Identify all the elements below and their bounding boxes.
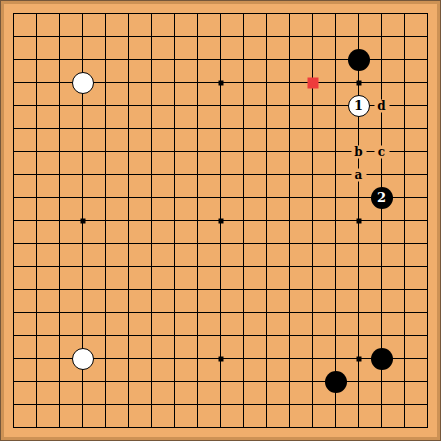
intersection [94,71,117,94]
intersection [255,209,278,232]
intersection [416,209,439,232]
intersection [324,324,347,347]
intersection [71,163,94,186]
intersection [25,393,48,416]
intersection [117,324,140,347]
intersection [232,347,255,370]
intersection [278,370,301,393]
intersection [186,416,209,439]
intersection [324,209,347,232]
intersection [347,2,370,25]
intersection [209,94,232,117]
intersection [140,117,163,140]
intersection [255,347,278,370]
intersection [186,347,209,370]
intersection [117,255,140,278]
intersection [209,232,232,255]
intersection [324,94,347,117]
intersection [232,163,255,186]
intersection [301,416,324,439]
intersection [48,209,71,232]
intersection [163,324,186,347]
intersection [140,370,163,393]
intersection [416,94,439,117]
intersection [370,48,393,71]
intersection [301,140,324,163]
intersection [2,278,25,301]
intersection [370,232,393,255]
intersection [255,324,278,347]
intersection [117,278,140,301]
star-point [356,80,361,85]
intersection [25,255,48,278]
intersection [393,186,416,209]
intersection [209,370,232,393]
intersection [255,278,278,301]
intersection [48,370,71,393]
intersection [186,163,209,186]
intersection [48,117,71,140]
intersection [278,278,301,301]
intersection [94,140,117,163]
star-point [218,356,223,361]
intersection [416,347,439,370]
intersection [25,2,48,25]
intersection [209,255,232,278]
intersection [25,140,48,163]
go-board-grid: abcd12 [2,2,439,439]
intersection [255,370,278,393]
intersection [48,232,71,255]
intersection [94,25,117,48]
intersection [163,278,186,301]
star-point [80,218,85,223]
intersection [140,71,163,94]
intersection [186,71,209,94]
intersection [416,117,439,140]
intersection [186,48,209,71]
intersection [186,278,209,301]
intersection [393,117,416,140]
intersection [48,416,71,439]
intersection [324,186,347,209]
intersection [2,416,25,439]
intersection [48,301,71,324]
intersection [186,186,209,209]
intersection [140,347,163,370]
intersection [140,25,163,48]
intersection [324,117,347,140]
intersection [416,232,439,255]
intersection [2,140,25,163]
intersection [117,370,140,393]
point-label-a: a [351,168,366,181]
intersection [278,25,301,48]
intersection [140,186,163,209]
intersection [232,255,255,278]
intersection [2,48,25,71]
intersection [2,186,25,209]
intersection [278,94,301,117]
intersection [416,393,439,416]
intersection [140,255,163,278]
intersection [324,25,347,48]
intersection [209,117,232,140]
intersection [25,209,48,232]
star-point [218,80,223,85]
intersection [347,117,370,140]
intersection [140,163,163,186]
intersection [370,25,393,48]
intersection [71,393,94,416]
intersection [393,347,416,370]
intersection [186,25,209,48]
intersection [324,255,347,278]
intersection [71,278,94,301]
intersection [48,2,71,25]
intersection [186,301,209,324]
intersection [2,370,25,393]
intersection [117,163,140,186]
intersection [2,232,25,255]
intersection [117,2,140,25]
intersection [48,25,71,48]
intersection [2,301,25,324]
intersection [25,186,48,209]
intersection [163,48,186,71]
intersection [2,209,25,232]
intersection [324,163,347,186]
intersection [163,25,186,48]
intersection [255,25,278,48]
intersection [25,71,48,94]
intersection [324,301,347,324]
intersection [370,163,393,186]
white-stone: 1 [348,95,370,117]
intersection [71,370,94,393]
intersection [140,209,163,232]
intersection [324,2,347,25]
intersection [347,393,370,416]
intersection [209,324,232,347]
intersection [393,278,416,301]
intersection [71,416,94,439]
intersection [416,301,439,324]
intersection [117,301,140,324]
intersection [232,25,255,48]
intersection [186,2,209,25]
intersection [370,393,393,416]
intersection [117,94,140,117]
intersection [393,140,416,163]
intersection [416,255,439,278]
intersection [301,232,324,255]
intersection [393,163,416,186]
intersection [255,48,278,71]
intersection [117,209,140,232]
intersection [163,416,186,439]
intersection [71,2,94,25]
intersection [71,25,94,48]
intersection [301,2,324,25]
intersection [416,278,439,301]
intersection [209,416,232,439]
intersection [140,48,163,71]
intersection [278,232,301,255]
intersection [370,255,393,278]
intersection [232,232,255,255]
intersection [301,209,324,232]
intersection [25,278,48,301]
intersection [301,163,324,186]
intersection [163,163,186,186]
intersection [94,301,117,324]
intersection [370,2,393,25]
intersection [186,232,209,255]
intersection [163,255,186,278]
intersection [324,48,347,71]
intersection [255,255,278,278]
intersection [94,370,117,393]
intersection [48,140,71,163]
intersection [255,140,278,163]
star-point [356,356,361,361]
intersection [71,186,94,209]
intersection [209,140,232,163]
intersection [2,25,25,48]
intersection [232,140,255,163]
intersection [209,186,232,209]
intersection [416,370,439,393]
intersection [232,117,255,140]
intersection [71,255,94,278]
intersection [186,140,209,163]
intersection [255,163,278,186]
intersection [163,140,186,163]
intersection [347,186,370,209]
intersection [255,94,278,117]
intersection [48,347,71,370]
star-point [356,218,361,223]
intersection [393,370,416,393]
intersection [94,232,117,255]
intersection [370,370,393,393]
intersection [25,48,48,71]
intersection [186,209,209,232]
intersection [301,370,324,393]
intersection [278,48,301,71]
intersection [278,416,301,439]
intersection [48,163,71,186]
intersection [117,186,140,209]
intersection [94,94,117,117]
intersection [48,278,71,301]
intersection [71,48,94,71]
intersection [255,232,278,255]
black-stone [348,49,370,71]
intersection [2,117,25,140]
intersection [393,393,416,416]
intersection [370,71,393,94]
intersection [301,278,324,301]
intersection [255,71,278,94]
intersection [94,209,117,232]
intersection [278,140,301,163]
intersection [117,25,140,48]
intersection [301,324,324,347]
intersection [232,48,255,71]
intersection [140,2,163,25]
intersection [278,117,301,140]
intersection [71,117,94,140]
intersection [94,2,117,25]
intersection [347,324,370,347]
intersection [232,278,255,301]
intersection [324,71,347,94]
intersection [140,416,163,439]
intersection [301,393,324,416]
intersection [117,117,140,140]
intersection [48,71,71,94]
star-point [218,218,223,223]
intersection [94,347,117,370]
intersection [117,232,140,255]
intersection [163,94,186,117]
intersection [186,324,209,347]
intersection [255,393,278,416]
point-label-d: d [374,99,389,112]
intersection [393,301,416,324]
intersection [163,301,186,324]
intersection [117,347,140,370]
intersection [94,163,117,186]
intersection [416,48,439,71]
intersection [393,232,416,255]
intersection [163,71,186,94]
intersection [117,140,140,163]
intersection [48,393,71,416]
intersection [347,232,370,255]
intersection [25,347,48,370]
intersection [255,186,278,209]
intersection [232,393,255,416]
intersection [94,255,117,278]
intersection [25,370,48,393]
intersection [232,71,255,94]
intersection [209,301,232,324]
intersection [278,347,301,370]
intersection [232,416,255,439]
black-stone: 2 [371,187,393,209]
intersection [163,370,186,393]
intersection [324,347,347,370]
intersection [48,94,71,117]
intersection [25,163,48,186]
intersection [301,347,324,370]
intersection [25,324,48,347]
intersection [278,324,301,347]
intersection [347,370,370,393]
white-stone [72,348,94,370]
intersection [232,2,255,25]
intersection [324,278,347,301]
intersection [255,301,278,324]
intersection [140,140,163,163]
intersection [2,255,25,278]
intersection [324,416,347,439]
intersection [94,186,117,209]
intersection [117,416,140,439]
intersection [278,301,301,324]
intersection [255,117,278,140]
intersection [370,416,393,439]
intersection [25,25,48,48]
intersection [25,301,48,324]
intersection [209,278,232,301]
point-label-b: b [351,145,366,158]
intersection [393,209,416,232]
intersection [209,25,232,48]
intersection [393,94,416,117]
intersection [163,117,186,140]
intersection [48,48,71,71]
intersection [324,232,347,255]
intersection [186,117,209,140]
intersection [301,301,324,324]
intersection [71,232,94,255]
intersection [94,324,117,347]
intersection [2,324,25,347]
intersection [48,324,71,347]
intersection [186,393,209,416]
stone-number: 2 [377,190,386,205]
intersection [140,278,163,301]
intersection [416,163,439,186]
go-board: abcd12 [0,0,441,441]
intersection [393,2,416,25]
intersection [140,301,163,324]
intersection [370,301,393,324]
intersection [25,94,48,117]
intersection [278,255,301,278]
intersection [278,163,301,186]
white-stone [72,72,94,94]
intersection [2,393,25,416]
intersection [117,48,140,71]
intersection [163,347,186,370]
intersection [2,71,25,94]
intersection [278,2,301,25]
intersection [416,2,439,25]
intersection [370,324,393,347]
intersection [186,370,209,393]
intersection [71,324,94,347]
intersection [48,255,71,278]
intersection [209,163,232,186]
intersection [301,117,324,140]
intersection [140,94,163,117]
intersection [278,209,301,232]
intersection [278,71,301,94]
intersection [393,324,416,347]
intersection [370,209,393,232]
intersection [186,255,209,278]
intersection [140,232,163,255]
intersection [140,393,163,416]
intersection [370,278,393,301]
intersection [301,255,324,278]
intersection [2,347,25,370]
